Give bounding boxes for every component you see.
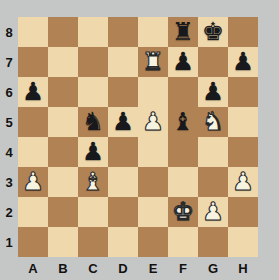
rank-label-5: 5 — [0, 107, 18, 137]
square-h4[interactable] — [228, 137, 258, 167]
square-h8[interactable] — [228, 17, 258, 47]
white-pawn[interactable]: ♟ — [22, 167, 44, 197]
square-b6[interactable] — [48, 77, 78, 107]
file-label-d: D — [108, 257, 138, 279]
square-h3[interactable]: ♟ — [228, 167, 258, 197]
square-c6[interactable] — [78, 77, 108, 107]
rank-label-1: 1 — [0, 227, 18, 257]
square-d8[interactable] — [108, 17, 138, 47]
chess-diagram: 87654321 ♜♚♜♟♟♟♟♞♟♟♝♞♟♟♝♟♚♟ ABCDEFGH — [0, 0, 279, 280]
square-e7[interactable]: ♜ — [138, 47, 168, 77]
black-pawn[interactable]: ♟ — [202, 77, 224, 107]
square-d4[interactable] — [108, 137, 138, 167]
square-a6[interactable]: ♟ — [18, 77, 48, 107]
rank-label-7: 7 — [0, 47, 18, 77]
rank-label-6: 6 — [0, 77, 18, 107]
square-f3[interactable] — [168, 167, 198, 197]
square-h7[interactable]: ♟ — [228, 47, 258, 77]
square-b1[interactable] — [48, 227, 78, 257]
white-rook[interactable]: ♜ — [142, 47, 164, 77]
rank-labels: 87654321 — [0, 17, 18, 257]
black-pawn[interactable]: ♟ — [22, 77, 44, 107]
file-label-c: C — [78, 257, 108, 279]
file-label-f: F — [168, 257, 198, 279]
square-b3[interactable] — [48, 167, 78, 197]
file-labels: ABCDEFGH — [18, 257, 258, 279]
square-f2[interactable]: ♚ — [168, 197, 198, 227]
square-a5[interactable] — [18, 107, 48, 137]
square-a8[interactable] — [18, 17, 48, 47]
square-b8[interactable] — [48, 17, 78, 47]
white-knight[interactable]: ♞ — [202, 107, 224, 137]
black-knight[interactable]: ♞ — [82, 107, 104, 137]
square-f1[interactable] — [168, 227, 198, 257]
black-pawn[interactable]: ♟ — [82, 137, 104, 167]
square-a4[interactable] — [18, 137, 48, 167]
square-d2[interactable] — [108, 197, 138, 227]
square-f4[interactable] — [168, 137, 198, 167]
square-f5[interactable]: ♝ — [168, 107, 198, 137]
rank-label-2: 2 — [0, 197, 18, 227]
black-pawn[interactable]: ♟ — [232, 47, 254, 77]
square-a2[interactable] — [18, 197, 48, 227]
square-g8[interactable]: ♚ — [198, 17, 228, 47]
black-pawn[interactable]: ♟ — [172, 47, 194, 77]
square-h6[interactable] — [228, 77, 258, 107]
square-c2[interactable] — [78, 197, 108, 227]
rank-label-3: 3 — [0, 167, 18, 197]
square-h2[interactable] — [228, 197, 258, 227]
file-label-g: G — [198, 257, 228, 279]
square-g6[interactable]: ♟ — [198, 77, 228, 107]
square-e5[interactable]: ♟ — [138, 107, 168, 137]
square-e8[interactable] — [138, 17, 168, 47]
rank-label-4: 4 — [0, 137, 18, 167]
black-rook[interactable]: ♜ — [172, 17, 194, 47]
square-b2[interactable] — [48, 197, 78, 227]
square-g5[interactable]: ♞ — [198, 107, 228, 137]
black-bishop[interactable]: ♝ — [172, 107, 194, 137]
square-b4[interactable] — [48, 137, 78, 167]
square-e4[interactable] — [138, 137, 168, 167]
square-e1[interactable] — [138, 227, 168, 257]
white-bishop[interactable]: ♝ — [82, 167, 104, 197]
square-h5[interactable] — [228, 107, 258, 137]
white-pawn[interactable]: ♟ — [142, 107, 164, 137]
square-d1[interactable] — [108, 227, 138, 257]
rank-label-8: 8 — [0, 17, 18, 47]
square-f6[interactable] — [168, 77, 198, 107]
square-d6[interactable] — [108, 77, 138, 107]
square-a7[interactable] — [18, 47, 48, 77]
file-label-e: E — [138, 257, 168, 279]
white-pawn[interactable]: ♟ — [202, 197, 224, 227]
square-d5[interactable]: ♟ — [108, 107, 138, 137]
file-label-b: B — [48, 257, 78, 279]
square-a1[interactable] — [18, 227, 48, 257]
square-g3[interactable] — [198, 167, 228, 197]
square-g1[interactable] — [198, 227, 228, 257]
square-e2[interactable] — [138, 197, 168, 227]
chess-board: ♜♚♜♟♟♟♟♞♟♟♝♞♟♟♝♟♚♟ — [18, 17, 258, 257]
square-c3[interactable]: ♝ — [78, 167, 108, 197]
square-f7[interactable]: ♟ — [168, 47, 198, 77]
square-b7[interactable] — [48, 47, 78, 77]
square-g7[interactable] — [198, 47, 228, 77]
square-f8[interactable]: ♜ — [168, 17, 198, 47]
square-d3[interactable] — [108, 167, 138, 197]
square-b5[interactable] — [48, 107, 78, 137]
file-label-a: A — [18, 257, 48, 279]
black-pawn[interactable]: ♟ — [112, 107, 134, 137]
square-c4[interactable]: ♟ — [78, 137, 108, 167]
square-a3[interactable]: ♟ — [18, 167, 48, 197]
black-king[interactable]: ♚ — [202, 17, 224, 47]
square-g4[interactable] — [198, 137, 228, 167]
square-c5[interactable]: ♞ — [78, 107, 108, 137]
square-c8[interactable] — [78, 17, 108, 47]
square-h1[interactable] — [228, 227, 258, 257]
square-c1[interactable] — [78, 227, 108, 257]
white-king[interactable]: ♚ — [172, 197, 194, 227]
square-e6[interactable] — [138, 77, 168, 107]
file-label-h: H — [228, 257, 258, 279]
white-pawn[interactable]: ♟ — [232, 167, 254, 197]
square-e3[interactable] — [138, 167, 168, 197]
square-d7[interactable] — [108, 47, 138, 77]
square-c7[interactable] — [78, 47, 108, 77]
square-g2[interactable]: ♟ — [198, 197, 228, 227]
